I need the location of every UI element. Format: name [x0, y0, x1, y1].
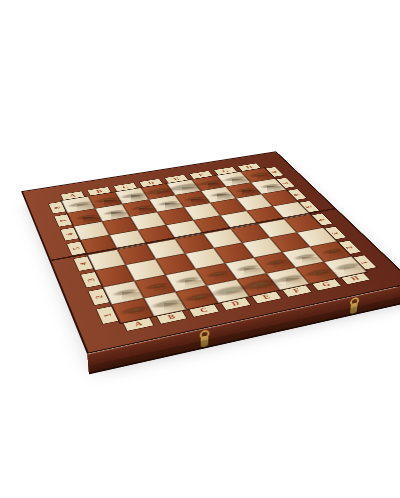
file-label-f-front: F	[282, 284, 311, 296]
file-label-b-front: B	[156, 310, 186, 324]
chess-board: ABCDEFGH ABCDEFGH 87654321 87654321 ♜♞♝♛…	[21, 151, 400, 354]
file-label-c-front: C	[189, 303, 219, 316]
rank-label-5-left: 5	[67, 242, 85, 256]
file-label-e-front: E	[252, 291, 281, 304]
chess-set-photo: ABCDEFGH ABCDEFGH 87654321 87654321 ♜♞♝♛…	[0, 0, 400, 498]
rank-label-4-left: 4	[74, 256, 93, 270]
file-label-d-front: D	[221, 297, 251, 310]
file-label-a-front: A	[123, 317, 153, 331]
file-label-g-front: G	[312, 278, 341, 290]
rank-label-3-left: 3	[81, 272, 101, 287]
white-rook-glyph: ♜	[104, 257, 158, 317]
file-label-h-front: H	[341, 272, 370, 284]
